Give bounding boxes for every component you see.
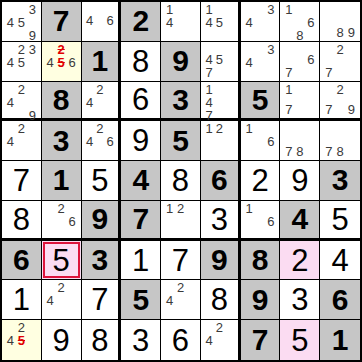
cell-r3c3[interactable]: 24	[82, 82, 122, 122]
solved-digit-3: 3	[211, 204, 228, 235]
pencil-marks: 2456	[42, 42, 81, 81]
pencil-marks: 27	[320, 42, 360, 81]
candidate-7: 7	[204, 109, 214, 122]
solved-digit-5: 5	[91, 165, 108, 196]
cell-r3c4[interactable]: 6	[121, 82, 161, 122]
candidate-4: 4	[85, 135, 95, 148]
cell-r3c5[interactable]: 3	[161, 82, 201, 122]
cell-r2c3[interactable]: 1	[82, 42, 122, 82]
candidate-8: 8	[334, 26, 345, 39]
cell-r9c9[interactable]: 1	[320, 320, 360, 360]
pencil-marks: 89	[320, 2, 360, 41]
solved-digit-1: 1	[13, 284, 30, 315]
cell-r2c8[interactable]: 67	[280, 42, 320, 82]
candidate-6: 6	[105, 135, 115, 148]
candidate-7: 7	[204, 66, 214, 79]
given-digit-7: 7	[53, 6, 70, 36]
candidate-7: 7	[283, 145, 294, 158]
cell-r2c7[interactable]: 34	[241, 42, 281, 82]
cell-r5c4[interactable]: 4	[121, 161, 161, 201]
candidate-4: 4	[204, 16, 214, 29]
cell-r4c2[interactable]: 3	[42, 121, 82, 161]
candidate-4: 4	[164, 294, 175, 307]
candidate-6: 6	[105, 14, 115, 27]
candidate-3: 3	[266, 43, 277, 56]
cell-r8c4[interactable]: 5	[121, 280, 161, 320]
pencil-marks: 24	[161, 280, 200, 319]
cell-r3c9[interactable]: 279	[320, 82, 360, 122]
cell-r7c2[interactable]: 5	[42, 241, 82, 281]
candidate-2: 2	[175, 202, 186, 215]
cell-r1c2[interactable]: 7	[42, 2, 82, 42]
given-digit-7: 7	[132, 204, 149, 234]
candidate-7: 7	[323, 66, 334, 79]
cell-r3c7[interactable]: 5	[241, 82, 281, 122]
cell-r7c6[interactable]: 9	[201, 241, 241, 281]
pencil-marks: 16	[241, 201, 280, 238]
cell-r7c8[interactable]: 2	[280, 241, 320, 281]
solved-digit-8: 8	[132, 46, 149, 77]
pencil-marks: 78	[320, 121, 360, 160]
given-digit-3: 3	[92, 245, 109, 275]
cell-r7c7[interactable]: 8	[241, 241, 281, 281]
candidate-9: 9	[27, 29, 38, 42]
cell-r8c2[interactable]: 24	[42, 280, 82, 320]
given-digit-9: 9	[252, 285, 269, 315]
cell-r6c1[interactable]: 8	[2, 201, 42, 241]
pencil-marks: 78	[280, 121, 319, 160]
cell-r9c3[interactable]: 8	[82, 320, 122, 360]
candidate-3: 3	[27, 43, 38, 56]
candidate-6: 6	[67, 56, 78, 69]
cell-r3c6[interactable]: 147	[201, 82, 241, 122]
given-digit-1: 1	[332, 325, 349, 355]
candidate-1: 1	[244, 122, 255, 135]
candidate-7: 7	[323, 145, 334, 158]
candidate-5: 5	[16, 56, 27, 69]
cell-r7c3[interactable]: 3	[82, 241, 122, 281]
pencil-marks: 24	[2, 121, 41, 160]
cell-r8c6[interactable]: 8	[201, 280, 241, 320]
solved-digit-2: 2	[291, 245, 308, 276]
given-digit-8: 8	[53, 85, 70, 115]
candidate-3: 3	[27, 3, 38, 16]
cell-r4c1[interactable]: 24	[2, 121, 42, 161]
pencil-marks: 67	[280, 42, 319, 81]
cell-r9c4[interactable]: 3	[121, 320, 161, 360]
cell-r6c3[interactable]: 9	[82, 201, 122, 241]
cell-r8c8[interactable]: 3	[280, 280, 320, 320]
pencil-marks: 16	[241, 121, 280, 160]
pencil-marks: 249	[2, 82, 41, 119]
cell-r1c4[interactable]: 2	[121, 2, 161, 42]
candidate-7: 7	[323, 103, 334, 116]
candidate-8: 8	[294, 145, 305, 158]
candidate-2: 2	[175, 281, 186, 294]
pencil-marks: 3459	[2, 2, 41, 41]
given-digit-1: 1	[53, 165, 70, 195]
candidate-2: 2	[214, 321, 224, 334]
given-digit-6: 6	[13, 245, 30, 275]
given-digit-5: 5	[132, 285, 149, 315]
cell-r3c1[interactable]: 249	[2, 82, 42, 122]
pencil-marks: 12	[201, 121, 238, 160]
candidate-1: 1	[283, 3, 294, 16]
cell-r5c9[interactable]: 3	[320, 161, 360, 201]
solved-digit-8: 8	[211, 284, 228, 315]
candidate-1: 1	[283, 83, 294, 96]
pencil-marks: 145	[201, 2, 238, 41]
solved-digit-9: 9	[291, 165, 308, 196]
cell-r1c5[interactable]: 14	[161, 2, 201, 42]
pencil-marks: 34	[241, 2, 280, 41]
given-digit-6: 6	[211, 165, 228, 195]
candidate-2: 2	[334, 43, 345, 56]
candidate-4: 4	[85, 96, 95, 109]
pencil-marks: 24	[42, 280, 81, 319]
pencil-marks: 2345	[2, 42, 41, 81]
candidate-2: 2	[214, 122, 224, 135]
cell-r6c2[interactable]: 26	[42, 201, 82, 241]
candidate-6: 6	[67, 215, 78, 228]
candidate-1: 1	[244, 202, 255, 215]
candidate-8: 8	[294, 29, 305, 42]
cell-r3c2[interactable]: 8	[42, 82, 82, 122]
cell-r2c2[interactable]: 2456	[42, 42, 82, 82]
cell-r8c1[interactable]: 1	[2, 280, 42, 320]
cell-r7c1[interactable]: 6	[2, 241, 42, 281]
solved-digit-8: 8	[91, 325, 108, 356]
candidate-4: 4	[164, 16, 175, 29]
candidate-6: 6	[266, 215, 277, 228]
candidate-4: 4	[204, 96, 214, 109]
given-digit-3: 3	[332, 165, 349, 195]
cell-r5c5[interactable]: 8	[161, 161, 201, 201]
cell-r9c1[interactable]: 245	[2, 320, 42, 360]
pencil-marks: 24	[201, 320, 238, 360]
candidate-4: 4	[5, 56, 16, 69]
pencil-marks: 26	[42, 201, 81, 238]
cell-r5c8[interactable]: 9	[280, 161, 320, 201]
cell-r4c8[interactable]: 78	[280, 121, 320, 161]
cell-r5c6[interactable]: 6	[201, 161, 241, 201]
given-digit-9: 9	[211, 245, 228, 275]
given-digit-5: 5	[252, 85, 269, 115]
given-digit-7: 7	[252, 325, 269, 355]
given-digit-8: 8	[252, 245, 269, 275]
given-digit-3: 3	[53, 126, 70, 156]
candidate-8: 8	[334, 145, 345, 158]
solved-digit-8: 8	[172, 165, 189, 196]
cell-r6c9[interactable]: 5	[320, 201, 360, 241]
cell-r8c9[interactable]: 6	[320, 280, 360, 320]
cell-r2c4[interactable]: 8	[121, 42, 161, 82]
candidate-4: 4	[5, 16, 16, 29]
given-digit-2: 2	[132, 6, 149, 36]
candidate-1: 1	[164, 202, 175, 215]
cell-r5c3[interactable]: 5	[82, 161, 122, 201]
cell-r5c7[interactable]: 2	[241, 161, 281, 201]
candidate-5: 5	[214, 16, 224, 29]
cell-r4c5[interactable]: 5	[161, 121, 201, 161]
candidate-4: 4	[244, 56, 255, 69]
sudoku-board: 3459746214145341688923452456189457346727…	[0, 0, 362, 362]
solved-digit-9: 9	[132, 125, 149, 156]
cell-r6c4[interactable]: 7	[121, 201, 161, 241]
cell-r6c5[interactable]: 12	[161, 201, 201, 241]
candidate-2: 2	[56, 202, 67, 215]
cell-r7c4[interactable]: 1	[121, 241, 161, 281]
candidate-7: 7	[283, 103, 294, 116]
pencil-marks: 12	[161, 201, 200, 238]
cell-r4c3[interactable]: 246	[82, 121, 122, 161]
pencil-marks: 147	[201, 82, 238, 119]
cell-r9c7[interactable]: 7	[241, 320, 281, 360]
candidate-9: 9	[346, 26, 357, 39]
solved-digit-7: 7	[172, 245, 189, 276]
candidate-4: 4	[85, 14, 95, 27]
cell-r5c1[interactable]: 7	[2, 161, 42, 201]
cell-r9c2[interactable]: 9	[42, 320, 82, 360]
pencil-marks: 457	[201, 42, 238, 81]
solved-digit-3: 3	[291, 284, 308, 315]
given-digit-4: 4	[132, 165, 149, 195]
candidate-4: 4	[244, 16, 255, 29]
given-digit-6: 6	[332, 285, 349, 315]
cell-r1c6[interactable]: 145	[201, 2, 241, 42]
candidate-6: 6	[266, 135, 277, 148]
given-digit-4: 4	[291, 204, 308, 234]
cell-r3c8[interactable]: 17	[280, 82, 320, 122]
solved-digit-5: 5	[331, 204, 348, 235]
cell-r5c2[interactable]: 1	[42, 161, 82, 201]
solved-digit-1: 1	[132, 245, 149, 276]
pencil-marks: 246	[82, 121, 119, 160]
solved-digit-7: 7	[13, 165, 30, 196]
cell-r9c8[interactable]: 5	[280, 320, 320, 360]
cell-r8c7[interactable]: 9	[241, 280, 281, 320]
eliminated-candidate-2: 2	[56, 43, 67, 56]
candidate-4: 4	[45, 294, 56, 307]
candidate-4: 4	[5, 135, 16, 148]
candidate-9: 9	[346, 103, 357, 116]
solved-digit-5: 5	[53, 245, 70, 276]
pencil-marks: 14	[161, 2, 200, 41]
cell-r4c6[interactable]: 12	[201, 121, 241, 161]
cell-r2c5[interactable]: 9	[161, 42, 201, 82]
candidate-6: 6	[305, 53, 316, 66]
cell-r4c9[interactable]: 78	[320, 121, 360, 161]
eliminated-candidate-5: 5	[56, 56, 67, 69]
cell-r1c7[interactable]: 34	[241, 2, 281, 42]
cell-r2c9[interactable]: 27	[320, 42, 360, 82]
solved-digit-7: 7	[91, 284, 108, 315]
pencil-marks: 279	[320, 82, 360, 119]
cell-r1c8[interactable]: 168	[280, 2, 320, 42]
cell-r6c6[interactable]: 3	[201, 201, 241, 241]
pencil-marks: 245	[2, 320, 41, 360]
cell-r2c6[interactable]: 457	[201, 42, 241, 82]
cell-r4c4[interactable]: 9	[121, 121, 161, 161]
candidate-2: 2	[16, 43, 27, 56]
pencil-marks: 24	[82, 82, 119, 119]
candidate-2: 2	[95, 122, 105, 135]
candidate-3: 3	[266, 3, 277, 16]
pencil-marks: 17	[280, 82, 319, 119]
cell-r4c7[interactable]: 16	[241, 121, 281, 161]
candidate-7: 7	[283, 66, 294, 79]
cell-r1c1[interactable]: 3459	[2, 2, 42, 42]
solved-digit-9: 9	[53, 325, 70, 356]
solved-digit-6: 6	[132, 84, 149, 115]
candidate-5: 5	[16, 16, 27, 29]
solved-digit-3: 3	[132, 325, 149, 356]
cell-r9c6[interactable]: 24	[201, 320, 241, 360]
given-digit-9: 9	[172, 46, 189, 76]
cell-r2c1[interactable]: 2345	[2, 42, 42, 82]
cell-r9c5[interactable]: 6	[161, 320, 201, 360]
cell-r8c5[interactable]: 24	[161, 280, 201, 320]
cell-r1c3[interactable]: 46	[82, 2, 122, 42]
given-digit-9: 9	[92, 204, 109, 234]
candidate-4: 4	[45, 56, 56, 69]
cell-r7c9[interactable]: 4	[320, 241, 360, 281]
candidate-2: 2	[16, 122, 27, 135]
candidate-1: 1	[204, 122, 214, 135]
cell-r7c5[interactable]: 7	[161, 241, 201, 281]
candidate-4: 4	[5, 96, 16, 109]
candidate-2: 2	[334, 83, 345, 96]
candidate-2: 2	[56, 281, 67, 294]
candidate-4: 4	[5, 334, 16, 347]
pencil-marks: 34	[241, 42, 280, 81]
candidate-1: 1	[204, 83, 214, 96]
given-digit-5: 5	[172, 126, 189, 156]
pencil-marks: 168	[280, 2, 319, 41]
candidate-2: 2	[95, 83, 105, 96]
cell-r6c7[interactable]: 16	[241, 201, 281, 241]
candidate-2: 2	[16, 83, 27, 96]
candidate-9: 9	[27, 109, 38, 122]
cell-r8c3[interactable]: 7	[82, 280, 122, 320]
eliminated-candidate-5: 5	[16, 334, 27, 347]
cell-r1c9[interactable]: 89	[320, 2, 360, 42]
solved-digit-5: 5	[291, 325, 308, 356]
solved-digit-4: 4	[331, 245, 348, 276]
cell-r6c8[interactable]: 4	[280, 201, 320, 241]
candidate-6: 6	[305, 16, 316, 29]
pencil-marks: 46	[82, 2, 119, 41]
candidate-4: 4	[204, 334, 214, 347]
given-digit-3: 3	[172, 85, 189, 115]
candidate-4: 4	[204, 53, 214, 66]
candidate-5: 5	[214, 53, 224, 66]
solved-digit-8: 8	[13, 204, 30, 235]
given-digit-1: 1	[92, 46, 109, 76]
solved-digit-2: 2	[251, 165, 268, 196]
solved-digit-6: 6	[172, 325, 189, 356]
